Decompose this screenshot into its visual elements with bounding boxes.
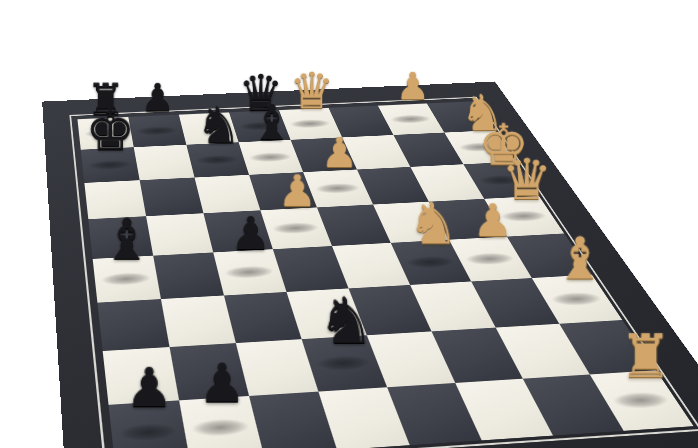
piece-black-king-a7[interactable]: ♚: [81, 89, 139, 169]
piece-black-pawn-b1[interactable]: ♟: [183, 327, 261, 434]
piece-white-rook-h1[interactable]: ♜: [607, 302, 683, 407]
product-photo-scene: ♜♟♛♚♞♝♝♟♞♟♟♛♟♞♟♚♟♛♞♟♝♜: [0, 0, 698, 448]
piece-white-knight-f4[interactable]: ♞: [400, 177, 466, 267]
piece-white-bishop-h3[interactable]: ♝: [546, 210, 614, 304]
chess-board: ♜♟♛♚♞♝♝♟♞♟♟♛♟♞♟♚♟♛♞♟♝♜: [42, 82, 698, 448]
piece-layer: ♜♟♛♚♞♝♝♟♞♟♟♛♟♞♟♚♟♛♞♟♝♜: [77, 101, 693, 448]
piece-black-pawn-c4[interactable]: ♟: [218, 186, 284, 277]
board-frame: ♜♟♛♚♞♝♝♟♞♟♟♛♟♞♟♚♟♛♞♟♝♜: [42, 82, 698, 448]
piece-white-pawn-g4[interactable]: ♟: [460, 174, 525, 264]
piece-black-knight-d2[interactable]: ♞: [309, 268, 382, 369]
piece-white-pawn-g8[interactable]: ♟: [385, 47, 440, 122]
piece-black-bishop-a4[interactable]: ♝: [93, 192, 160, 284]
piece-black-knight-c7[interactable]: ♞: [189, 84, 247, 164]
piece-black-pawn-a1[interactable]: ♟: [110, 331, 189, 439]
